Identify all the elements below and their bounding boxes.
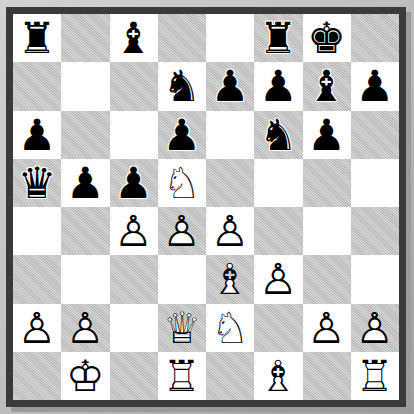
square-c2[interactable] <box>110 304 158 352</box>
square-g2[interactable]: ♟♙ <box>303 304 351 352</box>
square-f7[interactable]: ♟ <box>254 62 302 110</box>
white-king-piece: ♚♔ <box>61 352 109 400</box>
square-a2[interactable]: ♟♙ <box>13 304 61 352</box>
square-a3[interactable] <box>13 255 61 303</box>
square-f4[interactable] <box>254 207 302 255</box>
white-pawn-piece: ♟♙ <box>254 255 302 303</box>
white-pawn-piece: ♟♙ <box>13 304 61 352</box>
square-d2[interactable]: ♛♕ <box>158 304 206 352</box>
square-e5[interactable] <box>206 159 254 207</box>
white-pawn-piece: ♟♙ <box>303 304 351 352</box>
square-a6[interactable]: ♟ <box>13 111 61 159</box>
black-bishop-piece: ♝ <box>303 62 351 110</box>
square-h6[interactable] <box>351 111 399 159</box>
square-e4[interactable]: ♟♙ <box>206 207 254 255</box>
square-e3[interactable]: ♝♗ <box>206 255 254 303</box>
square-a8[interactable]: ♜ <box>13 14 61 62</box>
square-g7[interactable]: ♝ <box>303 62 351 110</box>
square-d8[interactable] <box>158 14 206 62</box>
square-a4[interactable] <box>13 207 61 255</box>
white-king-piece-outline: ♔ <box>61 352 109 400</box>
white-rook-piece-outline: ♖ <box>158 352 206 400</box>
white-knight-piece-outline: ♘ <box>206 304 254 352</box>
black-pawn-piece: ♟ <box>13 111 61 159</box>
square-f6[interactable]: ♞ <box>254 111 302 159</box>
white-rook-piece: ♜♖ <box>158 352 206 400</box>
square-h5[interactable] <box>351 159 399 207</box>
square-h7[interactable]: ♟ <box>351 62 399 110</box>
square-f8[interactable]: ♜ <box>254 14 302 62</box>
square-a1[interactable] <box>13 352 61 400</box>
black-pawn-piece: ♟ <box>110 159 158 207</box>
square-c5[interactable]: ♟ <box>110 159 158 207</box>
square-b3[interactable] <box>61 255 109 303</box>
black-pawn-piece: ♟ <box>158 111 206 159</box>
square-f1[interactable]: ♝♗ <box>254 352 302 400</box>
square-d5[interactable]: ♞♘ <box>158 159 206 207</box>
white-knight-piece-outline: ♘ <box>158 159 206 207</box>
white-pawn-piece-outline: ♙ <box>254 255 302 303</box>
square-g1[interactable] <box>303 352 351 400</box>
white-pawn-piece: ♟♙ <box>110 207 158 255</box>
square-d6[interactable]: ♟ <box>158 111 206 159</box>
black-pawn-piece: ♟ <box>206 62 254 110</box>
white-pawn-piece-outline: ♙ <box>13 304 61 352</box>
white-bishop-piece-outline: ♗ <box>206 255 254 303</box>
white-pawn-piece-outline: ♙ <box>61 304 109 352</box>
square-e6[interactable] <box>206 111 254 159</box>
square-g5[interactable] <box>303 159 351 207</box>
black-pawn-piece: ♟ <box>254 62 302 110</box>
white-bishop-piece: ♝♗ <box>206 255 254 303</box>
square-g3[interactable] <box>303 255 351 303</box>
white-pawn-piece: ♟♙ <box>158 207 206 255</box>
white-pawn-piece-outline: ♙ <box>351 304 399 352</box>
board-frame: ♜♝♜♚♞♟♟♝♟♟♟♞♟♛♟♟♞♘♟♙♟♙♟♙♝♗♟♙♟♙♟♙♛♕♞♘♟♙♟♙… <box>6 7 406 407</box>
square-b4[interactable] <box>61 207 109 255</box>
white-queen-piece-outline: ♕ <box>158 304 206 352</box>
white-pawn-piece-outline: ♙ <box>303 304 351 352</box>
square-d1[interactable]: ♜♖ <box>158 352 206 400</box>
square-e1[interactable] <box>206 352 254 400</box>
square-c6[interactable] <box>110 111 158 159</box>
white-knight-piece: ♞♘ <box>158 159 206 207</box>
black-pawn-piece: ♟ <box>61 159 109 207</box>
square-h4[interactable] <box>351 207 399 255</box>
white-rook-piece: ♜♖ <box>351 352 399 400</box>
white-bishop-piece-outline: ♗ <box>254 352 302 400</box>
square-f2[interactable] <box>254 304 302 352</box>
white-rook-piece-outline: ♖ <box>351 352 399 400</box>
square-c4[interactable]: ♟♙ <box>110 207 158 255</box>
square-a7[interactable] <box>13 62 61 110</box>
square-g6[interactable]: ♟ <box>303 111 351 159</box>
white-pawn-piece: ♟♙ <box>206 207 254 255</box>
square-h1[interactable]: ♜♖ <box>351 352 399 400</box>
square-c1[interactable] <box>110 352 158 400</box>
black-knight-piece: ♞ <box>158 62 206 110</box>
square-e8[interactable] <box>206 14 254 62</box>
square-d4[interactable]: ♟♙ <box>158 207 206 255</box>
black-pawn-piece: ♟ <box>303 111 351 159</box>
square-b1[interactable]: ♚♔ <box>61 352 109 400</box>
square-h2[interactable]: ♟♙ <box>351 304 399 352</box>
black-bishop-piece: ♝ <box>110 14 158 62</box>
black-pawn-piece: ♟ <box>351 62 399 110</box>
square-b7[interactable] <box>61 62 109 110</box>
square-d7[interactable]: ♞ <box>158 62 206 110</box>
white-pawn-piece: ♟♙ <box>351 304 399 352</box>
square-h3[interactable] <box>351 255 399 303</box>
square-c3[interactable] <box>110 255 158 303</box>
square-h8[interactable] <box>351 14 399 62</box>
square-g8[interactable]: ♚ <box>303 14 351 62</box>
square-e7[interactable]: ♟ <box>206 62 254 110</box>
white-knight-piece: ♞♘ <box>206 304 254 352</box>
square-d3[interactable] <box>158 255 206 303</box>
square-f3[interactable]: ♟♙ <box>254 255 302 303</box>
square-b6[interactable] <box>61 111 109 159</box>
white-pawn-piece-outline: ♙ <box>158 207 206 255</box>
square-e2[interactable]: ♞♘ <box>206 304 254 352</box>
square-b5[interactable]: ♟ <box>61 159 109 207</box>
white-pawn-piece-outline: ♙ <box>206 207 254 255</box>
square-b2[interactable]: ♟♙ <box>61 304 109 352</box>
square-c7[interactable] <box>110 62 158 110</box>
chess-board: ♜♝♜♚♞♟♟♝♟♟♟♞♟♛♟♟♞♘♟♙♟♙♟♙♝♗♟♙♟♙♟♙♛♕♞♘♟♙♟♙… <box>13 14 399 400</box>
white-bishop-piece: ♝♗ <box>254 352 302 400</box>
square-b8[interactable] <box>61 14 109 62</box>
black-rook-piece: ♜ <box>254 14 302 62</box>
white-pawn-piece-outline: ♙ <box>110 207 158 255</box>
white-queen-piece: ♛♕ <box>158 304 206 352</box>
black-king-piece: ♚ <box>303 14 351 62</box>
black-queen-piece: ♛ <box>13 159 61 207</box>
square-g4[interactable] <box>303 207 351 255</box>
black-rook-piece: ♜ <box>13 14 61 62</box>
white-pawn-piece: ♟♙ <box>61 304 109 352</box>
square-c8[interactable]: ♝ <box>110 14 158 62</box>
black-knight-piece: ♞ <box>254 111 302 159</box>
square-a5[interactable]: ♛ <box>13 159 61 207</box>
square-f5[interactable] <box>254 159 302 207</box>
